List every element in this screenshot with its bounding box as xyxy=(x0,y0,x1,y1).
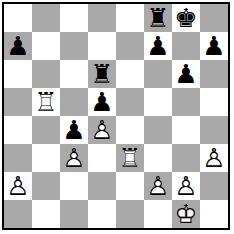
square-b5[interactable]: ♜♖ xyxy=(32,88,60,116)
square-e5[interactable] xyxy=(116,88,144,116)
square-e2[interactable] xyxy=(116,172,144,200)
black-rook-icon: ♜ xyxy=(88,60,116,88)
white-rook-icon: ♖ xyxy=(116,144,144,172)
square-g2[interactable]: ♟♙ xyxy=(172,172,200,200)
chess-board-grid: ♜♚♟♟♟♜♟♜♖♟♟♟♙♟♙♜♖♟♙♟♙♟♙♟♙♚♔ xyxy=(4,4,228,228)
piece-black-pawn-f7[interactable]: ♟ xyxy=(144,32,172,60)
square-h3[interactable]: ♟♙ xyxy=(200,144,228,172)
square-c4[interactable]: ♟ xyxy=(60,116,88,144)
square-b4[interactable] xyxy=(32,116,60,144)
piece-black-pawn-d5[interactable]: ♟ xyxy=(88,88,116,116)
white-pawn-icon: ♙ xyxy=(4,172,32,200)
black-pawn-icon: ♟ xyxy=(88,88,116,116)
square-c3[interactable]: ♟♙ xyxy=(60,144,88,172)
square-f6[interactable] xyxy=(144,60,172,88)
square-a1[interactable] xyxy=(4,200,32,228)
piece-white-pawn-a2[interactable]: ♟♙ xyxy=(4,172,32,200)
square-h1[interactable] xyxy=(200,200,228,228)
square-d2[interactable] xyxy=(88,172,116,200)
black-pawn-icon: ♟ xyxy=(60,116,88,144)
square-e1[interactable] xyxy=(116,200,144,228)
black-pawn-icon: ♟ xyxy=(172,60,200,88)
black-pawn-icon: ♟ xyxy=(144,32,172,60)
piece-black-pawn-h7[interactable]: ♟ xyxy=(200,32,228,60)
square-c1[interactable] xyxy=(60,200,88,228)
piece-black-pawn-c4[interactable]: ♟ xyxy=(60,116,88,144)
square-h5[interactable] xyxy=(200,88,228,116)
square-h7[interactable]: ♟ xyxy=(200,32,228,60)
piece-black-king-g8[interactable]: ♚ xyxy=(172,4,200,32)
square-e8[interactable] xyxy=(116,4,144,32)
piece-black-rook-f8[interactable]: ♜ xyxy=(144,4,172,32)
square-c5[interactable] xyxy=(60,88,88,116)
piece-white-pawn-c3[interactable]: ♟♙ xyxy=(60,144,88,172)
piece-black-rook-d6[interactable]: ♜ xyxy=(88,60,116,88)
square-f7[interactable]: ♟ xyxy=(144,32,172,60)
chess-board: ♜♚♟♟♟♜♟♜♖♟♟♟♙♟♙♜♖♟♙♟♙♟♙♟♙♚♔ xyxy=(2,2,230,230)
piece-white-pawn-h3[interactable]: ♟♙ xyxy=(200,144,228,172)
black-king-icon: ♚ xyxy=(172,4,200,32)
square-d5[interactable]: ♟ xyxy=(88,88,116,116)
square-g4[interactable] xyxy=(172,116,200,144)
square-f3[interactable] xyxy=(144,144,172,172)
square-g7[interactable] xyxy=(172,32,200,60)
square-a6[interactable] xyxy=(4,60,32,88)
piece-white-pawn-f2[interactable]: ♟♙ xyxy=(144,172,172,200)
square-d7[interactable] xyxy=(88,32,116,60)
square-g8[interactable]: ♚ xyxy=(172,4,200,32)
square-a4[interactable] xyxy=(4,116,32,144)
black-pawn-icon: ♟ xyxy=(200,32,228,60)
white-pawn-icon: ♙ xyxy=(60,144,88,172)
square-b7[interactable] xyxy=(32,32,60,60)
square-a5[interactable] xyxy=(4,88,32,116)
square-f1[interactable] xyxy=(144,200,172,228)
piece-white-rook-b5[interactable]: ♜♖ xyxy=(32,88,60,116)
white-rook-icon: ♖ xyxy=(32,88,60,116)
square-b1[interactable] xyxy=(32,200,60,228)
square-a8[interactable] xyxy=(4,4,32,32)
square-h4[interactable] xyxy=(200,116,228,144)
square-e3[interactable]: ♜♖ xyxy=(116,144,144,172)
square-c6[interactable] xyxy=(60,60,88,88)
square-e4[interactable] xyxy=(116,116,144,144)
square-h2[interactable] xyxy=(200,172,228,200)
square-b8[interactable] xyxy=(32,4,60,32)
square-d6[interactable]: ♜ xyxy=(88,60,116,88)
square-g3[interactable] xyxy=(172,144,200,172)
square-d1[interactable] xyxy=(88,200,116,228)
square-h8[interactable] xyxy=(200,4,228,32)
white-pawn-icon: ♙ xyxy=(88,116,116,144)
square-g1[interactable]: ♚♔ xyxy=(172,200,200,228)
piece-white-pawn-d4[interactable]: ♟♙ xyxy=(88,116,116,144)
square-e6[interactable] xyxy=(116,60,144,88)
white-pawn-icon: ♙ xyxy=(200,144,228,172)
square-e7[interactable] xyxy=(116,32,144,60)
square-a2[interactable]: ♟♙ xyxy=(4,172,32,200)
square-d3[interactable] xyxy=(88,144,116,172)
square-g6[interactable]: ♟ xyxy=(172,60,200,88)
black-pawn-icon: ♟ xyxy=(4,32,32,60)
square-f4[interactable] xyxy=(144,116,172,144)
piece-white-king-g1[interactable]: ♚♔ xyxy=(172,200,200,228)
square-d4[interactable]: ♟♙ xyxy=(88,116,116,144)
square-a7[interactable]: ♟ xyxy=(4,32,32,60)
piece-white-rook-e3[interactable]: ♜♖ xyxy=(116,144,144,172)
square-c7[interactable] xyxy=(60,32,88,60)
white-king-icon: ♔ xyxy=(172,200,200,228)
square-c2[interactable] xyxy=(60,172,88,200)
square-b6[interactable] xyxy=(32,60,60,88)
piece-white-pawn-g2[interactable]: ♟♙ xyxy=(172,172,200,200)
square-b3[interactable] xyxy=(32,144,60,172)
square-f2[interactable]: ♟♙ xyxy=(144,172,172,200)
black-rook-icon: ♜ xyxy=(144,4,172,32)
piece-black-pawn-a7[interactable]: ♟ xyxy=(4,32,32,60)
square-b2[interactable] xyxy=(32,172,60,200)
square-a3[interactable] xyxy=(4,144,32,172)
square-g5[interactable] xyxy=(172,88,200,116)
square-f8[interactable]: ♜ xyxy=(144,4,172,32)
square-f5[interactable] xyxy=(144,88,172,116)
white-pawn-icon: ♙ xyxy=(172,172,200,200)
square-c8[interactable] xyxy=(60,4,88,32)
white-pawn-icon: ♙ xyxy=(144,172,172,200)
square-h6[interactable] xyxy=(200,60,228,88)
piece-black-pawn-g6[interactable]: ♟ xyxy=(172,60,200,88)
square-d8[interactable] xyxy=(88,4,116,32)
